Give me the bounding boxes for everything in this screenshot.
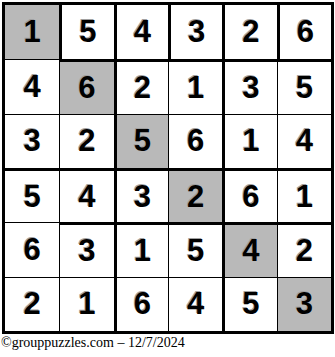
cell-r6c2[interactable]: 1 bbox=[59, 277, 113, 331]
cell-r6c6[interactable]: 3 bbox=[277, 277, 331, 331]
cell-r5c2[interactable]: 3 bbox=[59, 222, 113, 276]
cell-r5c3[interactable]: 1 bbox=[114, 222, 168, 276]
cell-r3c2[interactable]: 2 bbox=[59, 114, 113, 168]
cell-r3c1[interactable]: 3 bbox=[5, 114, 59, 168]
cell-r4c1[interactable]: 5 bbox=[5, 168, 59, 222]
cell-r6c3[interactable]: 6 bbox=[114, 277, 168, 331]
cell-r2c1[interactable]: 4 bbox=[5, 59, 59, 113]
cell-r4c5[interactable]: 6 bbox=[222, 168, 276, 222]
cell-r2c6[interactable]: 5 bbox=[277, 59, 331, 113]
cell-r5c5[interactable]: 4 bbox=[222, 222, 276, 276]
cell-r2c4[interactable]: 1 bbox=[168, 59, 222, 113]
cell-r1c4[interactable]: 3 bbox=[168, 5, 222, 59]
cell-r2c2[interactable]: 6 bbox=[59, 59, 113, 113]
cell-r3c5[interactable]: 1 bbox=[222, 114, 276, 168]
cell-r4c3[interactable]: 3 bbox=[114, 168, 168, 222]
cell-r6c1[interactable]: 2 bbox=[5, 277, 59, 331]
cell-r5c6[interactable]: 2 bbox=[277, 222, 331, 276]
cell-r6c5[interactable]: 5 bbox=[222, 277, 276, 331]
sudoku-board: 154326462135325614543261631542216453 bbox=[2, 2, 334, 334]
cell-r6c4[interactable]: 4 bbox=[168, 277, 222, 331]
cell-r2c3[interactable]: 2 bbox=[114, 59, 168, 113]
cell-r1c3[interactable]: 4 bbox=[114, 5, 168, 59]
cell-r2c5[interactable]: 3 bbox=[222, 59, 276, 113]
cell-r5c4[interactable]: 5 bbox=[168, 222, 222, 276]
cell-r5c1[interactable]: 6 bbox=[5, 222, 59, 276]
cell-r1c2[interactable]: 5 bbox=[59, 5, 113, 59]
cell-r1c1[interactable]: 1 bbox=[5, 5, 59, 59]
cell-r3c6[interactable]: 4 bbox=[277, 114, 331, 168]
cell-r4c2[interactable]: 4 bbox=[59, 168, 113, 222]
cell-r4c4[interactable]: 2 bbox=[168, 168, 222, 222]
footer-credit: ©grouppuzzles.com – 12/7/2024 bbox=[1, 335, 334, 351]
cell-r3c3[interactable]: 5 bbox=[114, 114, 168, 168]
cell-r1c6[interactable]: 6 bbox=[277, 5, 331, 59]
cell-r4c6[interactable]: 1 bbox=[277, 168, 331, 222]
cell-r3c4[interactable]: 6 bbox=[168, 114, 222, 168]
cell-r1c5[interactable]: 2 bbox=[222, 5, 276, 59]
